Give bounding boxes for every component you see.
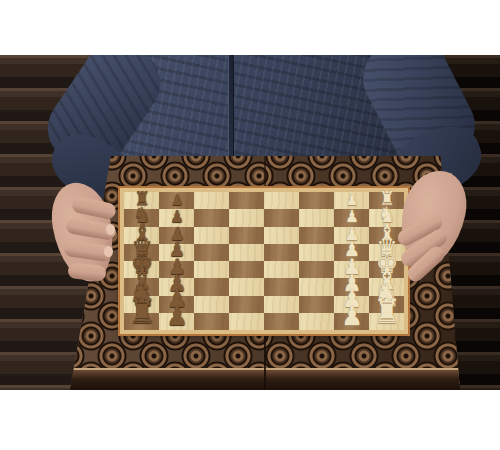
piece-white-queen: ♛ [376,235,397,260]
piece-white-rook: ♜ [379,189,395,208]
piece-black-pawn: ♟ [170,209,184,226]
piece-black-pawn: ♟ [166,287,186,312]
fingernail [104,246,113,257]
piece-white-pawn: ♟ [343,240,359,260]
piece-white-pawn: ♟ [345,193,357,208]
piece-black-pawn: ♟ [170,193,182,208]
bottom-white-band [0,390,500,450]
piece-black-knight: ♞ [133,204,150,225]
fingernail [106,224,115,235]
piece-black-rook: ♜ [134,189,150,208]
piece-black-bishop: ♝ [129,265,153,295]
piece-white-knight: ♞ [378,204,395,225]
top-white-band [0,0,500,55]
chess-board: ♜♟♟♜♞♟♟♞♝♟♟♝♛♟♟♛♚♟♟♚♝♟♟♝♞♟♟♞♜♟♟♜ [70,156,460,390]
piece-white-pawn: ♟ [341,303,363,329]
piece-white-pawn: ♟ [341,287,361,312]
piece-white-pawn: ♟ [343,256,361,277]
piece-white-pawn: ♟ [345,209,359,226]
piece-black-pawn: ♟ [167,272,186,295]
piece-black-pawn: ♟ [168,240,184,260]
piece-white-knight: ♞ [373,280,399,312]
piece-black-knight: ♞ [128,280,154,312]
piece-black-pawn: ♟ [169,225,184,243]
piece-white-rook: ♜ [373,295,401,329]
piece-white-pawn: ♟ [344,225,359,243]
piece-black-rook: ♜ [128,295,156,329]
piece-white-bishop: ♝ [374,265,398,295]
piece-black-king: ♚ [130,250,153,277]
piece-white-pawn: ♟ [342,272,361,295]
piece-black-bishop: ♝ [132,220,151,243]
piece-black-pawn: ♟ [166,303,188,329]
piece-white-bishop: ♝ [377,220,396,243]
pieces-layer: ♜♟♟♜♞♟♟♞♝♟♟♝♛♟♟♛♚♟♟♚♝♟♟♝♞♟♟♞♜♟♟♜ [124,192,404,330]
piece-white-king: ♚ [375,250,398,277]
playing-area: ♜♟♟♜♞♟♟♞♝♟♟♝♛♟♟♛♚♟♟♚♝♟♟♝♞♟♟♞♜♟♟♜ [120,188,408,334]
piece-black-pawn: ♟ [168,256,186,277]
product-photo: ♜♟♟♜♞♟♟♞♝♟♟♝♛♟♟♛♚♟♟♚♝♟♟♝♞♟♟♞♜♟♟♜ [0,0,500,450]
piece-black-queen: ♛ [131,235,152,260]
